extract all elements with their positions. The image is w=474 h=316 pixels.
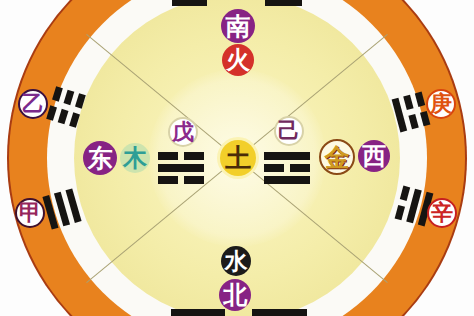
direction-east-badge: 东 <box>83 141 117 175</box>
stem-ji-badge: 己 <box>274 116 304 146</box>
stem-ji-label: 己 <box>278 120 300 142</box>
stem-xin-badge: 辛 <box>427 198 457 228</box>
trigram-kan-icon <box>158 152 204 184</box>
south-edge-trigram-partial <box>172 0 207 6</box>
stem-wu-badge: 戊 <box>168 117 198 147</box>
wuxing-bagua-diagram: 南 火 水 北 东 木 金 西 土 戊 己 乙 甲 庚 辛 <box>0 0 474 316</box>
direction-north-label: 北 <box>223 283 247 307</box>
element-metal-label: 金 <box>325 145 350 170</box>
stem-jia-badge: 甲 <box>15 198 45 228</box>
element-fire-label: 火 <box>226 48 250 72</box>
stem-yi-badge: 乙 <box>18 89 48 119</box>
stem-geng-label: 庚 <box>430 93 452 115</box>
south-edge-trigram-partial <box>265 0 302 6</box>
direction-west-label: 西 <box>362 144 386 168</box>
element-earth-badge: 土 <box>220 140 256 176</box>
element-water-badge: 水 <box>221 246 251 276</box>
direction-north-badge: 北 <box>219 279 251 311</box>
stem-yi-label: 乙 <box>22 93 44 115</box>
stem-geng-badge: 庚 <box>426 89 456 119</box>
north-edge-trigram-partial <box>171 309 225 316</box>
element-earth-label: 土 <box>225 145 251 171</box>
direction-south-badge: 南 <box>221 9 255 43</box>
stem-jia-label: 甲 <box>19 202 41 224</box>
element-wood-badge: 木 <box>120 143 150 173</box>
north-edge-trigram-partial <box>252 309 307 316</box>
element-fire-badge: 火 <box>222 44 254 76</box>
stem-xin-label: 辛 <box>431 202 453 224</box>
trigram-li-icon <box>264 152 310 184</box>
element-water-label: 水 <box>225 250 248 273</box>
direction-west-badge: 西 <box>358 140 390 172</box>
direction-south-label: 南 <box>226 14 251 39</box>
stem-wu-label: 戊 <box>172 121 194 143</box>
direction-east-label: 东 <box>88 146 113 171</box>
element-metal-badge: 金 <box>319 139 355 175</box>
element-wood-label: 木 <box>123 146 147 170</box>
